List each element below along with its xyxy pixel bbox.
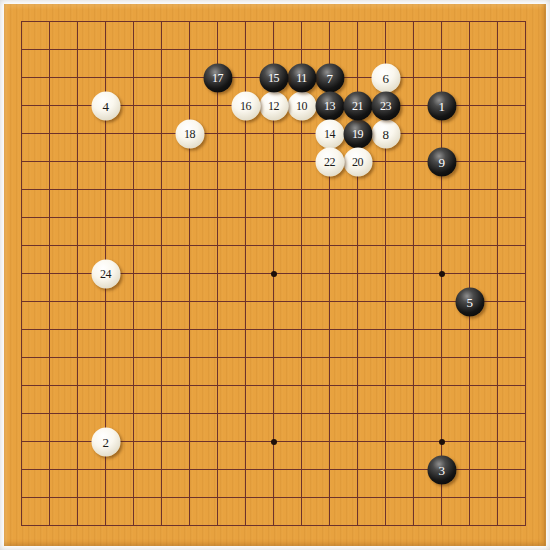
stone-12-white-K16[interactable]: 12 bbox=[259, 91, 288, 120]
stone-number: 20 bbox=[352, 156, 363, 168]
grid-line-vertical bbox=[413, 21, 414, 526]
stone-16-white-J16[interactable]: 16 bbox=[231, 91, 260, 120]
stone-number: 1 bbox=[439, 99, 445, 112]
stone-17-black-H17[interactable]: 17 bbox=[203, 63, 232, 92]
star-point bbox=[439, 271, 445, 277]
stone-number: 5 bbox=[467, 295, 473, 308]
grid-line-horizontal bbox=[21, 413, 526, 414]
stone-number: 10 bbox=[296, 100, 307, 112]
stone-number: 17 bbox=[212, 72, 223, 84]
stone-2-white-D4[interactable]: 2 bbox=[91, 427, 120, 456]
stone-15-black-K17[interactable]: 15 bbox=[259, 63, 288, 92]
stone-22-white-M14[interactable]: 22 bbox=[315, 147, 344, 176]
grid-line-horizontal bbox=[21, 385, 526, 386]
stone-9-black-Q14[interactable]: 9 bbox=[427, 147, 456, 176]
stone-23-black-O16[interactable]: 23 bbox=[371, 91, 400, 120]
stone-number: 18 bbox=[184, 128, 195, 140]
star-point bbox=[271, 439, 277, 445]
stone-number: 13 bbox=[324, 100, 335, 112]
stone-24-white-D10[interactable]: 24 bbox=[91, 259, 120, 288]
stone-number: 15 bbox=[268, 72, 279, 84]
go-diagram-page: 123456789101112131415161718192021222324 bbox=[0, 0, 550, 550]
grid-line-horizontal bbox=[21, 525, 526, 526]
stone-number: 2 bbox=[103, 435, 109, 448]
stone-8-white-O15[interactable]: 8 bbox=[371, 119, 400, 148]
stone-number: 7 bbox=[327, 71, 333, 84]
stone-number: 3 bbox=[439, 463, 445, 476]
stone-14-white-M15[interactable]: 14 bbox=[315, 119, 344, 148]
stone-number: 21 bbox=[352, 100, 363, 112]
stone-number: 8 bbox=[383, 127, 389, 140]
stone-5-black-R9[interactable]: 5 bbox=[455, 287, 484, 316]
grid-line-vertical bbox=[469, 21, 470, 526]
stone-6-white-O17[interactable]: 6 bbox=[371, 63, 400, 92]
stone-4-white-D16[interactable]: 4 bbox=[91, 91, 120, 120]
grid-line-horizontal bbox=[21, 301, 526, 302]
stone-19-black-N15[interactable]: 19 bbox=[343, 119, 372, 148]
stone-10-white-L16[interactable]: 10 bbox=[287, 91, 316, 120]
stone-20-white-N14[interactable]: 20 bbox=[343, 147, 372, 176]
stone-number: 22 bbox=[324, 156, 335, 168]
star-point bbox=[439, 439, 445, 445]
stone-number: 11 bbox=[296, 72, 307, 84]
stone-21-black-N16[interactable]: 21 bbox=[343, 91, 372, 120]
stone-13-black-M16[interactable]: 13 bbox=[315, 91, 344, 120]
stone-number: 16 bbox=[240, 100, 251, 112]
stone-number: 24 bbox=[100, 268, 111, 280]
stone-7-black-M17[interactable]: 7 bbox=[315, 63, 344, 92]
grid-line-horizontal bbox=[21, 329, 526, 330]
stone-3-black-Q3[interactable]: 3 bbox=[427, 455, 456, 484]
grid-line-vertical bbox=[525, 21, 526, 526]
stone-number: 19 bbox=[352, 128, 363, 140]
stone-number: 4 bbox=[103, 99, 109, 112]
stone-number: 14 bbox=[324, 128, 335, 140]
stone-11-black-L17[interactable]: 11 bbox=[287, 63, 316, 92]
grid-line-horizontal bbox=[21, 357, 526, 358]
stone-1-black-Q16[interactable]: 1 bbox=[427, 91, 456, 120]
stone-number: 12 bbox=[268, 100, 279, 112]
stone-number: 9 bbox=[439, 155, 445, 168]
grid-line-vertical bbox=[497, 21, 498, 526]
grid-line-horizontal bbox=[21, 497, 526, 498]
stone-number: 6 bbox=[383, 71, 389, 84]
stone-number: 23 bbox=[380, 100, 391, 112]
stone-18-white-G15[interactable]: 18 bbox=[175, 119, 204, 148]
star-point bbox=[271, 271, 277, 277]
go-board[interactable]: 123456789101112131415161718192021222324 bbox=[4, 4, 546, 546]
